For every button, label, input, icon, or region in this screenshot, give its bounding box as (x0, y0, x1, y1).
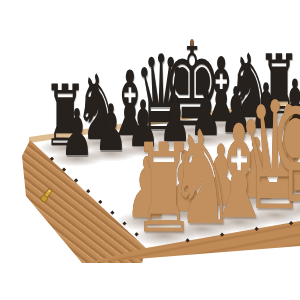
piece-black-pawn[interactable]: ♟ (61, 102, 94, 166)
inlay-dot (98, 200, 102, 204)
inlay-dot (86, 189, 90, 193)
piece-black-pawn[interactable]: ♟ (94, 97, 127, 161)
inlay-dot (110, 211, 114, 215)
piece-white-king[interactable]: ♚ (268, 63, 300, 228)
chess-set-photo: ♜♞♝♛♚♝♞♜♟♟♟♟♟♟♟♟♟♟♟♟♟♟♟♟♜♞♝♛♚♝♞♜ (0, 0, 300, 300)
